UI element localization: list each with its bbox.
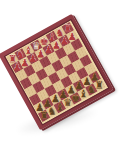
- piece-near-rook: ♜: [95, 80, 104, 89]
- photo-canvas: ♜♞♝♛♚♝♞♜♟♟♟♟♟♟♟♟♟♟♟♟♟♟♟♟♜♞♝♛♚♝♞♜: [0, 0, 120, 144]
